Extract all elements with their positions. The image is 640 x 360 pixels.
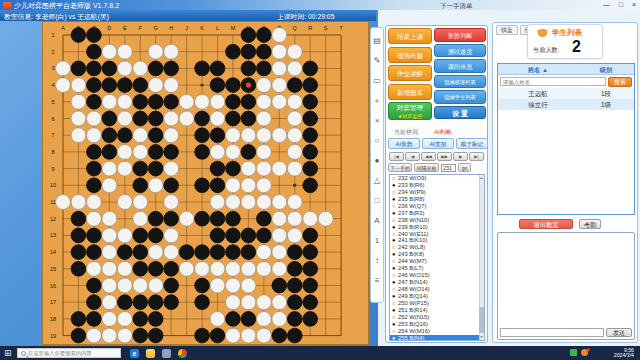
stone-black [210,78,225,93]
stone-white [117,44,132,59]
stone-white [102,178,117,193]
stone-black [303,94,318,109]
stone-black [102,61,117,76]
stone-black [303,278,318,293]
stone-black [164,178,179,193]
stone-white [272,261,287,276]
stone-white [87,211,102,226]
minimize-button[interactable]: — [603,1,610,9]
button-课间休息[interactable]: 课间休息 [434,59,486,73]
move-list-item[interactable]: ●251 B(R14) [390,307,484,314]
student-name: 徐立行 [498,99,578,110]
stone-black [148,94,163,109]
stone-white [226,261,241,276]
class-info-bar: 教室信息: 李老师(白) vs 王远航(黑) 上课时间: 00:29:05 [0,10,376,21]
clock[interactable]: 9:56 2024/3/4 [614,348,634,359]
stone-black [210,161,225,176]
maximize-button[interactable]: □ [619,1,623,9]
taskbar-search[interactable]: 在这里输入你要搜索的内容 [17,348,121,358]
col-label-L: L [216,25,219,31]
start-button[interactable]: ⊞ [4,348,12,358]
stone-black [71,61,86,76]
stone-black [164,61,179,76]
stone-black [133,178,148,193]
stone-black [148,61,163,76]
go-board[interactable]: ABCDEFGHJKLMNOPQRST123456789101112131415… [42,21,369,345]
stone-white [133,278,148,293]
black-stone-tool-icon[interactable]: ● [372,151,383,170]
stone-black [179,245,194,260]
tiger-icon [538,29,547,37]
move-list-scrollbar[interactable]: ▲ ▼ [479,175,484,340]
stone-black [133,94,148,109]
stone-black [210,61,225,76]
student-name: 王远航 [498,88,578,99]
col-label-H: H [169,25,173,31]
stone-white [117,228,132,243]
student-table: 姓名 ▲ 级别 搜索 王远航1段徐立行1级 [497,63,635,215]
stone-black [117,78,132,93]
row-label-12: 12 [50,216,56,222]
go-board-grid[interactable]: ABCDEFGHJKLMNOPQRST123456789101112131415… [43,22,368,344]
stone-black [241,145,256,160]
ai-button-棋子标记[interactable]: 棋子标记 [456,138,488,149]
prev-move-button[interactable]: ◀ [405,152,420,161]
close-button[interactable]: × [632,1,636,9]
row-label-11: 11 [50,199,56,205]
stone-black [303,295,318,310]
stone-white [272,312,287,327]
stone-white [102,161,117,176]
stone-white [164,78,179,93]
student-row[interactable]: 徐立行1级 [498,99,634,110]
stone-white [272,44,287,59]
stone-white [71,78,86,93]
stone-white [287,61,302,76]
stone-white [71,128,86,143]
stone-black [303,145,318,160]
stone-white [87,195,102,210]
button-现场出题[interactable]: 现场出题 [388,47,432,63]
star-point [293,184,296,187]
button-新增题库[interactable]: 新增题库 [388,84,432,100]
stone-white [303,211,318,226]
stone-white [226,178,241,193]
scroll-thumb[interactable] [479,307,484,333]
stone-white [272,78,287,93]
chrome-icon[interactable] [178,349,187,358]
student-count: 2 [572,38,581,56]
stone-black [303,178,318,193]
button-隐藏棋谱列表[interactable]: 隐藏棋谱列表 [434,75,486,89]
stone-white [287,111,302,126]
move-list-item[interactable]: ○252 W(N15) [390,314,484,321]
stone-black [256,211,271,226]
stone-black [226,228,241,243]
stone-black [148,211,163,226]
row-label-16: 16 [50,283,56,289]
level-column-header[interactable]: 级别 [578,64,634,74]
col-label-R: R [308,25,312,31]
stone-white [164,111,179,126]
stone-white [87,261,102,276]
folder-icon[interactable] [146,349,155,358]
student-list-title: 学生列表 [552,28,582,38]
browser-icon[interactable]: e [130,349,139,358]
move-tool-icon[interactable]: ↕ [372,251,383,270]
stone-black [303,128,318,143]
stone-black [117,128,132,143]
next-move-button[interactable]: ▶ [453,152,468,161]
student-search-input[interactable] [500,77,606,86]
stone-black [164,295,179,310]
stone-white [56,78,71,93]
row-label-8: 8 [51,149,54,155]
stone-white [272,295,287,310]
stone-white [133,61,148,76]
clear-board-icon[interactable]: ≡ [372,271,383,290]
app-icon [3,2,11,9]
pencil-icon[interactable]: ✎ [372,51,383,70]
move-list-item[interactable]: ●247 B(N14) [390,279,484,286]
stone-black [148,261,163,276]
stone-black [117,295,132,310]
stone-black [117,245,132,260]
move-list-item[interactable]: ●239 B(R10) [390,224,484,231]
stone-white [117,61,132,76]
stone-black [148,328,163,343]
ai-button-row: AI形势AI支招棋子标记 [388,138,488,149]
stone-black [287,261,302,276]
button-隐藏学生列表[interactable]: 隐藏学生列表 [434,90,486,104]
number-mark-icon[interactable]: 1 [372,231,383,250]
attendance-button[interactable]: 考勤 [579,219,601,229]
stone-white [148,245,163,260]
cross-mark-icon[interactable]: × [372,111,383,130]
move-list-item[interactable]: ●235 B(R8) [390,196,484,203]
stone-black [195,111,210,126]
stone-white [272,94,287,109]
stone-white [241,195,256,210]
stone-white [117,261,132,276]
col-label-G: G [154,25,158,31]
chat-input[interactable] [500,328,604,337]
interval-button[interactable]: 间隔光标 [414,163,439,172]
student-level: 1段 [578,88,634,99]
stone-white [226,128,241,143]
col-label-S: S [324,25,328,31]
move-list-item[interactable]: ●243 B(K8) [390,251,484,258]
stone-white [56,61,71,76]
student-panel: 棋盘作业评测历史 学生列表 当前人数: 2 姓名 ▲ 级别 搜索 王远航1段徐立… [492,22,638,343]
stone-white [179,94,194,109]
move-list-item[interactable]: ●253 B(Q16) [390,321,484,328]
move-list-item[interactable]: ○254 W(M16) [390,328,484,335]
stone-black [133,111,148,126]
stone-black [133,228,148,243]
stone-black [226,211,241,226]
stone-black [87,78,102,93]
stone-black [164,94,179,109]
tray-green-icon[interactable] [570,349,577,356]
stone-white [210,312,225,327]
move-list-item[interactable]: ●237 B(R3) [390,210,484,217]
letter-mark-icon[interactable]: A [372,211,383,230]
stone-black [195,178,210,193]
stone-white [287,94,302,109]
move-list-item[interactable]: ○244 W(M7) [390,258,484,265]
stone-black [148,145,163,160]
stone-white [102,228,117,243]
stone-black [164,145,179,160]
stone-white [164,161,179,176]
stone-white [133,195,148,210]
stone-white [148,78,163,93]
row-label-3: 3 [51,65,54,71]
circle-mark-icon[interactable]: ○ [372,131,383,150]
stone-white [56,195,71,210]
button-形势判断[interactable]: 形势判断 [434,28,486,42]
stone-black [226,245,241,260]
button-对弈管理[interactable]: 对弈管理★对弈监控 [388,102,432,120]
stone-white [272,61,287,76]
student-level: 1级 [578,99,634,110]
stone-black [87,28,102,43]
stone-black [87,61,102,76]
stone-black [195,61,210,76]
row-label-2: 2 [51,49,54,55]
stone-black [87,228,102,243]
move-list-item[interactable]: ○250 W(P15) [390,300,484,307]
stone-white [164,128,179,143]
button-设 置[interactable]: 设 置 [434,106,486,120]
stone-black [87,295,102,310]
stone-black [195,245,210,260]
stone-white [256,245,271,260]
stone-black [287,245,302,260]
stone-black [210,328,225,343]
stone-black [87,44,102,59]
move-list-item[interactable]: ○236 W(Q7) [390,203,484,210]
stone-white [272,161,287,176]
move-list-item[interactable]: ●233 B(R6) [390,182,484,189]
taskbar: ⊞ 在这里输入你要搜索的内容 e 9:56 2024/3/4 [0,346,640,360]
stone-white [210,195,225,210]
stone-black [71,328,86,343]
stone-white [117,161,132,176]
plus-mark-icon[interactable]: ＋ [372,91,383,110]
stone-black [256,44,271,59]
taskbar-icons: e [130,349,187,358]
move-nav-row: |◀◀◀◀▶▶▶▶| [389,152,484,161]
move-number-input[interactable] [441,164,456,172]
stone-black [303,312,318,327]
square-mark-icon[interactable]: □ [372,191,383,210]
stone-white [287,145,302,160]
stone-white [195,94,210,109]
stone-white [226,295,241,310]
stone-black [256,61,271,76]
stone-black [195,145,210,160]
stone-black [148,312,163,327]
stone-white [226,145,241,160]
row-label-6: 6 [51,116,54,122]
row-label-14: 14 [50,249,56,255]
col-label-K: K [200,25,204,31]
move-list-item[interactable]: ●249 B(Q14) [390,293,484,300]
jump-row: 下一手的 间隔光标 go [388,163,471,172]
next-10-button[interactable]: ▶▶ [437,152,452,161]
button-结束上课[interactable]: 结束上课 [388,28,432,44]
tab-棋盘[interactable]: 棋盘 [496,25,518,35]
title-bar: 少儿对弈围棋平台老师版 V1.7.8.2 下一手清单 — □ × [0,0,640,10]
stone-black [241,245,256,260]
stone-black [71,312,86,327]
stone-white [287,44,302,59]
stone-white [256,128,271,143]
stone-white [102,245,117,260]
stone-black [195,328,210,343]
stone-white [272,195,287,210]
tray-date: 2024/3/4 [614,353,634,359]
stone-white [210,261,225,276]
stone-white [287,211,302,226]
button-测试速度[interactable]: 测试速度 [434,44,486,58]
row-label-10: 10 [50,182,56,188]
stone-black [148,228,163,243]
eraser-icon[interactable]: ▭ [372,71,383,90]
button-作业讲解[interactable]: 作业讲解 [388,65,432,81]
stone-white [164,245,179,260]
stone-black [241,28,256,43]
stone-black [164,278,179,293]
stone-black [241,61,256,76]
stone-black [241,111,256,126]
window-app-icon[interactable] [162,349,171,358]
stone-white [256,195,271,210]
ai-button-AI形势[interactable]: AI形势 [388,138,420,149]
mode-labels: 当前棋局 AI判断 [386,128,489,137]
stone-black [102,128,117,143]
stone-white [256,312,271,327]
triangle-mark-icon[interactable]: △ [372,171,383,190]
stone-black [226,312,241,327]
scroll-down-icon[interactable]: ▼ [479,334,484,340]
stone-black [133,328,148,343]
move-list-item[interactable]: ○240 W(E11) [390,231,484,238]
stone-white [256,145,271,160]
stone-white [256,111,271,126]
stone-black [210,245,225,260]
stone-black [87,278,102,293]
stone-black [226,94,241,109]
move-list-item[interactable]: ●241 B(K10) [390,237,484,244]
prev-10-button[interactable]: ◀◀ [421,152,436,161]
stone-white [256,78,271,93]
stone-black [241,94,256,109]
stone-black [303,161,318,176]
stone-black [210,178,225,193]
stone-black [71,211,86,226]
ai-judge-label[interactable]: AI判断 [434,128,452,137]
student-rows: 王远航1段徐立行1级 [498,88,634,110]
control-panel: 结束上课现场出题作业讲解新增题库对弈管理★对弈监控 形势判断测试速度课间休息隐藏… [385,25,488,343]
new-board-icon[interactable]: ▤ [372,31,383,50]
stone-black [303,111,318,126]
move-list-item[interactable]: ○232 W(O9) [390,175,484,182]
stone-white [102,312,117,327]
next-move-button[interactable]: 下一手的 [388,163,412,172]
col-label-T: T [339,25,343,31]
stone-white [117,278,132,293]
row-label-18: 18 [50,316,56,322]
stone-white [210,145,225,160]
stone-black [303,228,318,243]
move-list-item[interactable]: ○234 W(P9) [390,189,484,196]
search-button[interactable]: 搜索 [608,77,632,87]
last-move-button[interactable]: ▶| [469,152,484,161]
move-list-item[interactable]: ●245 B(L7) [390,265,484,272]
stone-black [195,128,210,143]
row-label-19: 19 [50,333,56,339]
move-list-item[interactable]: ○246 W(O15) [390,272,484,279]
go-button[interactable]: go [458,163,471,172]
stone-white [210,94,225,109]
stone-white [256,94,271,109]
name-column-header[interactable]: 姓名 ▲ [498,64,578,74]
stone-white [87,128,102,143]
ai-button-AI支招[interactable]: AI支招 [422,138,454,149]
row-label-1: 1 [51,32,54,38]
stone-black [71,228,86,243]
right-button-column: 形势判断测试速度课间休息隐藏棋谱列表隐藏学生列表设 置 [434,28,486,119]
move-list-item[interactable]: ○242 W(L8) [390,244,484,251]
row-label-15: 15 [50,266,56,272]
stone-white [133,211,148,226]
col-label-E: E [123,25,127,31]
stone-white [272,128,287,143]
stone-white [179,261,194,276]
stone-black [210,228,225,243]
student-row[interactable]: 王远航1段 [498,88,634,99]
move-list-item[interactable]: ○248 W(O14) [390,286,484,293]
stone-white [287,195,302,210]
stone-white [102,328,117,343]
stone-white [226,278,241,293]
stone-black [256,228,271,243]
stone-black [71,245,86,260]
stone-white [210,278,225,293]
first-move-button[interactable]: |◀ [389,152,404,161]
stone-white [164,228,179,243]
exit-classroom-button[interactable]: 退出教室 [519,219,573,229]
stone-black [148,295,163,310]
app-window: 少儿对弈围棋平台老师版 V1.7.8.2 下一手清单 — □ × 教室信息: 李… [0,0,640,360]
stone-white [241,128,256,143]
stone-white [71,111,86,126]
scroll-up-icon[interactable]: ▲ [479,175,484,181]
move-list-item[interactable]: ●255 B(N4) [390,335,484,341]
move-list-item[interactable]: ○238 W(N10) [390,217,484,224]
tool-strip: ▤✎▭＋×○●△□A1↕≡ [370,27,384,303]
send-button[interactable]: 发送 [606,328,632,337]
stone-white [272,228,287,243]
stone-black [148,161,163,176]
current-game-label[interactable]: 当前棋局 [394,128,418,137]
stone-white [164,195,179,210]
stone-white [117,94,132,109]
stone-white [210,111,225,126]
